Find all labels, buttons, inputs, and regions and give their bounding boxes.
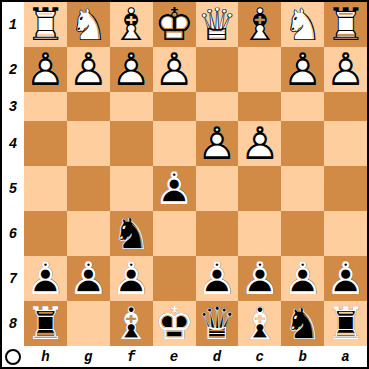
piece-outline-glyph: ♙ [325, 256, 365, 301]
piece-outline-glyph: ♘ [68, 2, 108, 47]
square-b5[interactable] [281, 166, 324, 211]
piece-outline-glyph: ♘ [111, 211, 151, 256]
square-c2[interactable] [238, 47, 281, 92]
white-bishop[interactable]: ♝♗ [111, 2, 151, 47]
square-e7[interactable] [153, 256, 196, 301]
piece-outline-glyph: ♙ [240, 256, 280, 301]
square-e2[interactable]: ♟♙ [153, 47, 196, 92]
square-h2[interactable]: ♟♙ [24, 47, 67, 92]
square-g2[interactable]: ♟♙ [67, 47, 110, 92]
piece-outline-glyph: ♙ [197, 256, 237, 301]
square-f5[interactable] [110, 166, 153, 211]
square-g3[interactable] [67, 92, 110, 121]
black-pawn[interactable]: ♟♙ [240, 256, 280, 301]
square-d8[interactable]: ♛♕ [196, 301, 239, 346]
black-bishop[interactable]: ♝♗ [240, 301, 280, 346]
square-g6[interactable] [67, 211, 110, 256]
square-g4[interactable] [67, 121, 110, 166]
white-king[interactable]: ♚♔ [154, 2, 194, 47]
piece-outline-glyph: ♖ [25, 301, 65, 346]
square-b1[interactable]: ♞♘ [281, 2, 324, 47]
square-e3[interactable] [153, 92, 196, 121]
black-knight[interactable]: ♞♘ [111, 211, 151, 256]
piece-outline-glyph: ♔ [154, 301, 194, 346]
square-f8[interactable]: ♝♗ [110, 301, 153, 346]
square-e8[interactable]: ♚♔ [153, 301, 196, 346]
black-queen[interactable]: ♛♕ [197, 301, 237, 346]
square-c4[interactable]: ♟♙ [238, 121, 281, 166]
square-b8[interactable]: ♞♘ [281, 301, 324, 346]
piece-outline-glyph: ♕ [197, 2, 237, 47]
piece-outline-glyph: ♕ [197, 301, 237, 346]
white-pawn[interactable]: ♟♙ [283, 47, 323, 92]
white-to-move-indicator [5, 349, 21, 365]
square-h7[interactable]: ♟♙ [24, 256, 67, 301]
square-a4[interactable] [324, 121, 367, 166]
square-d1[interactable]: ♛♕ [196, 2, 239, 47]
rank-label-8: 8 [2, 301, 24, 346]
square-h6[interactable] [24, 211, 67, 256]
white-pawn[interactable]: ♟♙ [240, 121, 280, 166]
piece-outline-glyph: ♘ [283, 2, 323, 47]
piece-outline-glyph: ♗ [111, 2, 151, 47]
square-c6[interactable] [238, 211, 281, 256]
square-c5[interactable] [238, 166, 281, 211]
square-a7[interactable]: ♟♙ [324, 256, 367, 301]
white-pawn[interactable]: ♟♙ [197, 121, 237, 166]
white-bishop[interactable]: ♝♗ [240, 2, 280, 47]
white-pawn[interactable]: ♟♙ [111, 47, 151, 92]
piece-outline-glyph: ♙ [25, 47, 65, 92]
square-d4[interactable]: ♟♙ [196, 121, 239, 166]
piece-outline-glyph: ♙ [240, 121, 280, 166]
black-pawn[interactable]: ♟♙ [325, 256, 365, 301]
square-d5[interactable] [196, 166, 239, 211]
white-pawn[interactable]: ♟♙ [154, 47, 194, 92]
rank-label-6: 6 [2, 211, 24, 256]
piece-outline-glyph: ♖ [325, 2, 365, 47]
piece-outline-glyph: ♙ [325, 47, 365, 92]
square-h8[interactable]: ♜♖ [24, 301, 67, 346]
square-d7[interactable]: ♟♙ [196, 256, 239, 301]
white-pawn[interactable]: ♟♙ [68, 47, 108, 92]
piece-outline-glyph: ♙ [68, 256, 108, 301]
piece-outline-glyph: ♙ [111, 47, 151, 92]
square-c8[interactable]: ♝♗ [238, 301, 281, 346]
square-f1[interactable]: ♝♗ [110, 2, 153, 47]
white-pawn[interactable]: ♟♙ [325, 47, 365, 92]
rank-label-5: 5 [2, 166, 24, 211]
square-h3[interactable] [24, 92, 67, 121]
square-a6[interactable] [324, 211, 367, 256]
square-f4[interactable] [110, 121, 153, 166]
square-e4[interactable] [153, 121, 196, 166]
black-king[interactable]: ♚♔ [154, 301, 194, 346]
square-f7[interactable]: ♟♙ [110, 256, 153, 301]
piece-outline-glyph: ♖ [25, 2, 65, 47]
move-indicator-cell [2, 346, 24, 367]
square-c7[interactable]: ♟♙ [238, 256, 281, 301]
black-pawn[interactable]: ♟♙ [283, 256, 323, 301]
square-a5[interactable] [324, 166, 367, 211]
white-knight[interactable]: ♞♘ [68, 2, 108, 47]
black-pawn[interactable]: ♟♙ [154, 166, 194, 211]
square-a2[interactable]: ♟♙ [324, 47, 367, 92]
square-b7[interactable]: ♟♙ [281, 256, 324, 301]
square-f3[interactable] [110, 92, 153, 121]
rank-label-3: 3 [2, 92, 24, 121]
black-pawn[interactable]: ♟♙ [111, 256, 151, 301]
square-b2[interactable]: ♟♙ [281, 47, 324, 92]
piece-outline-glyph: ♙ [283, 47, 323, 92]
black-bishop[interactable]: ♝♗ [111, 301, 151, 346]
piece-outline-glyph: ♘ [283, 301, 323, 346]
rank-label-4: 4 [2, 121, 24, 166]
piece-outline-glyph: ♙ [283, 256, 323, 301]
square-f2[interactable]: ♟♙ [110, 47, 153, 92]
square-b4[interactable] [281, 121, 324, 166]
square-e6[interactable] [153, 211, 196, 256]
file-label-g: g [67, 346, 110, 367]
piece-outline-glyph: ♙ [25, 256, 65, 301]
chess-diagram: 1♜♖♞♘♝♗♚♔♛♕♝♗♞♘♜♖2♟♙♟♙♟♙♟♙♟♙♟♙34♟♙♟♙5♟♙6… [0, 0, 369, 369]
square-f6[interactable]: ♞♘ [110, 211, 153, 256]
square-g1[interactable]: ♞♘ [67, 2, 110, 47]
piece-outline-glyph: ♖ [325, 301, 365, 346]
piece-outline-glyph: ♙ [111, 256, 151, 301]
square-e1[interactable]: ♚♔ [153, 2, 196, 47]
square-g5[interactable] [67, 166, 110, 211]
white-queen[interactable]: ♛♕ [197, 2, 237, 47]
black-pawn[interactable]: ♟♙ [68, 256, 108, 301]
square-h5[interactable] [24, 166, 67, 211]
piece-outline-glyph: ♙ [197, 121, 237, 166]
square-a1[interactable]: ♜♖ [324, 2, 367, 47]
rank-label-2: 2 [2, 47, 24, 92]
piece-outline-glyph: ♗ [240, 2, 280, 47]
white-rook[interactable]: ♜♖ [25, 2, 65, 47]
square-g7[interactable]: ♟♙ [67, 256, 110, 301]
piece-outline-glyph: ♗ [111, 301, 151, 346]
square-a8[interactable]: ♜♖ [324, 301, 367, 346]
black-pawn[interactable]: ♟♙ [25, 256, 65, 301]
piece-outline-glyph: ♗ [240, 301, 280, 346]
square-g8[interactable] [67, 301, 110, 346]
square-d6[interactable] [196, 211, 239, 256]
piece-outline-glyph: ♙ [68, 47, 108, 92]
piece-outline-glyph: ♙ [154, 47, 194, 92]
white-pawn[interactable]: ♟♙ [25, 47, 65, 92]
black-rook[interactable]: ♜♖ [25, 301, 65, 346]
white-rook[interactable]: ♜♖ [325, 2, 365, 47]
square-b6[interactable] [281, 211, 324, 256]
square-d2[interactable] [196, 47, 239, 92]
piece-outline-glyph: ♔ [154, 2, 194, 47]
black-pawn[interactable]: ♟♙ [197, 256, 237, 301]
black-rook[interactable]: ♜♖ [325, 301, 365, 346]
square-h4[interactable] [24, 121, 67, 166]
square-h1[interactable]: ♜♖ [24, 2, 67, 47]
chess-board-grid: 1♜♖♞♘♝♗♚♔♛♕♝♗♞♘♜♖2♟♙♟♙♟♙♟♙♟♙♟♙34♟♙♟♙5♟♙6… [2, 2, 367, 367]
square-c1[interactable]: ♝♗ [238, 2, 281, 47]
rank-label-7: 7 [2, 256, 24, 301]
piece-outline-glyph: ♙ [154, 166, 194, 211]
square-e5[interactable]: ♟♙ [153, 166, 196, 211]
square-a3[interactable] [324, 92, 367, 121]
square-b3[interactable] [281, 92, 324, 121]
rank-label-1: 1 [2, 2, 24, 47]
black-knight[interactable]: ♞♘ [283, 301, 323, 346]
white-knight[interactable]: ♞♘ [283, 2, 323, 47]
